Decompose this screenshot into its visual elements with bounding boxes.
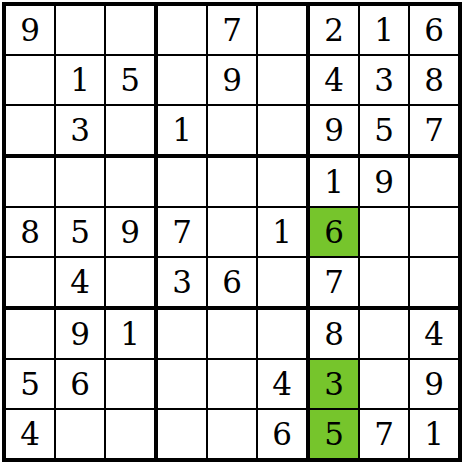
cell-r5c8[interactable] [360, 208, 408, 256]
cell-r6c5[interactable]: 6 [208, 258, 256, 306]
cell-r3c7[interactable]: 9 [310, 106, 358, 154]
cell-r5c6[interactable]: 1 [258, 208, 306, 256]
cell-r4c2[interactable] [56, 158, 104, 206]
cell-r1c5[interactable]: 7 [208, 6, 256, 54]
cell-r1c3[interactable] [106, 6, 154, 54]
cell-r1c7[interactable]: 2 [310, 6, 358, 54]
cell-r7c8[interactable] [360, 310, 408, 358]
cell-r2c5[interactable]: 9 [208, 56, 256, 104]
cell-r2c9[interactable]: 8 [410, 56, 458, 104]
cell-r9c2[interactable] [56, 410, 104, 458]
cell-r9c4[interactable] [158, 410, 206, 458]
cell-r3c3[interactable] [106, 106, 154, 154]
cell-r5c7[interactable]: 6 [310, 208, 358, 256]
cell-r5c2[interactable]: 5 [56, 208, 104, 256]
cell-r4c3[interactable] [106, 158, 154, 206]
cell-r7c6[interactable] [258, 310, 306, 358]
cell-r8c7[interactable]: 3 [310, 360, 358, 408]
cell-r7c3[interactable]: 1 [106, 310, 154, 358]
cell-r6c7[interactable]: 7 [310, 258, 358, 306]
cell-r3c9[interactable]: 7 [410, 106, 458, 154]
cell-r8c3[interactable] [106, 360, 154, 408]
cell-r1c9[interactable]: 6 [410, 6, 458, 54]
cell-r5c9[interactable] [410, 208, 458, 256]
cell-r9c5[interactable] [208, 410, 256, 458]
cell-r5c3[interactable]: 9 [106, 208, 154, 256]
cell-r4c5[interactable] [208, 158, 256, 206]
cell-r7c1[interactable] [6, 310, 54, 358]
sudoku-board: 9721615943831957198597164367918456439465… [2, 2, 462, 462]
cell-r1c4[interactable] [158, 6, 206, 54]
cell-r1c2[interactable] [56, 6, 104, 54]
cell-r1c6[interactable] [258, 6, 306, 54]
cell-r3c8[interactable]: 5 [360, 106, 408, 154]
cell-r3c1[interactable] [6, 106, 54, 154]
cell-r5c5[interactable] [208, 208, 256, 256]
cell-r4c8[interactable]: 9 [360, 158, 408, 206]
cell-r6c1[interactable] [6, 258, 54, 306]
cell-r7c5[interactable] [208, 310, 256, 358]
cell-r8c6[interactable]: 4 [258, 360, 306, 408]
cell-r5c4[interactable]: 7 [158, 208, 206, 256]
cell-r4c9[interactable] [410, 158, 458, 206]
cell-r3c4[interactable]: 1 [158, 106, 206, 154]
cell-r1c1[interactable]: 9 [6, 6, 54, 54]
cell-r8c4[interactable] [158, 360, 206, 408]
cell-r8c9[interactable]: 9 [410, 360, 458, 408]
cell-r6c9[interactable] [410, 258, 458, 306]
cell-r6c2[interactable]: 4 [56, 258, 104, 306]
cell-r2c1[interactable] [6, 56, 54, 104]
cell-r2c3[interactable]: 5 [106, 56, 154, 104]
cell-r8c1[interactable]: 5 [6, 360, 54, 408]
cell-r7c7[interactable]: 8 [310, 310, 358, 358]
cell-r7c2[interactable]: 9 [56, 310, 104, 358]
cell-r2c8[interactable]: 3 [360, 56, 408, 104]
cell-r8c2[interactable]: 6 [56, 360, 104, 408]
cell-r5c1[interactable]: 8 [6, 208, 54, 256]
cell-r7c9[interactable]: 4 [410, 310, 458, 358]
cell-r3c2[interactable]: 3 [56, 106, 104, 154]
cell-r2c7[interactable]: 4 [310, 56, 358, 104]
cell-r2c6[interactable] [258, 56, 306, 104]
cell-r9c6[interactable]: 6 [258, 410, 306, 458]
cell-r2c4[interactable] [158, 56, 206, 104]
cell-r6c4[interactable]: 3 [158, 258, 206, 306]
cell-r8c8[interactable] [360, 360, 408, 408]
cell-r8c5[interactable] [208, 360, 256, 408]
cell-r1c8[interactable]: 1 [360, 6, 408, 54]
cell-r2c2[interactable]: 1 [56, 56, 104, 104]
cell-r9c3[interactable] [106, 410, 154, 458]
cell-r4c6[interactable] [258, 158, 306, 206]
cell-r9c7[interactable]: 5 [310, 410, 358, 458]
page: 9721615943831957198597164367918456439465… [0, 0, 463, 465]
cell-r9c9[interactable]: 1 [410, 410, 458, 458]
cell-r9c8[interactable]: 7 [360, 410, 408, 458]
cell-r7c4[interactable] [158, 310, 206, 358]
cell-r6c3[interactable] [106, 258, 154, 306]
cell-r3c6[interactable] [258, 106, 306, 154]
cell-r4c7[interactable]: 1 [310, 158, 358, 206]
cell-r6c8[interactable] [360, 258, 408, 306]
cell-r6c6[interactable] [258, 258, 306, 306]
cell-r4c4[interactable] [158, 158, 206, 206]
cell-r3c5[interactable] [208, 106, 256, 154]
cell-r4c1[interactable] [6, 158, 54, 206]
cell-r9c1[interactable]: 4 [6, 410, 54, 458]
